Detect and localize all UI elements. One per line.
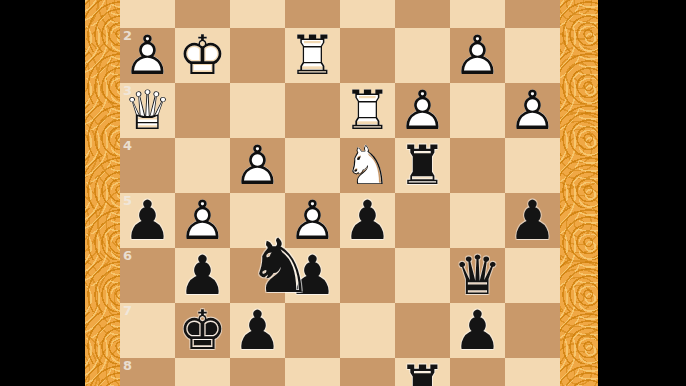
square-c6[interactable]	[395, 248, 450, 303]
piece-outline-glyph: ♙	[395, 83, 450, 138]
square-b5[interactable]	[450, 193, 505, 248]
square-f6[interactable]: ♞	[230, 248, 285, 303]
black-pawn-a5: ♟	[505, 193, 560, 248]
square-d1[interactable]	[340, 0, 395, 28]
square-a8[interactable]	[505, 358, 560, 386]
piece-glyph: ♟	[340, 193, 395, 248]
chess-board: 2♟♙♚♔♜♖♟♙3♛♕♜♖♟♙♟♙4♟♙♞♘♜5♟♟♙♟♙♟♟6♟♞♟♛7♚♟…	[120, 0, 560, 386]
square-b6[interactable]: ♛	[450, 248, 505, 303]
piece-glyph: ♟	[230, 303, 285, 358]
black-pawn-g6: ♟	[175, 248, 230, 303]
piece-glyph: ♚	[175, 303, 230, 358]
square-a1[interactable]	[505, 0, 560, 28]
rank-label-2: 2	[123, 28, 132, 43]
square-d8[interactable]	[340, 358, 395, 386]
white-pawn-c3: ♟♙	[395, 83, 450, 138]
black-pawn-b7: ♟	[450, 303, 505, 358]
black-queen-b6: ♛	[450, 248, 505, 303]
square-h7[interactable]: 7	[120, 303, 175, 358]
square-a7[interactable]	[505, 303, 560, 358]
rank-label-7: 7	[123, 303, 132, 318]
square-d3[interactable]: ♜♖	[340, 83, 395, 138]
square-e8[interactable]	[285, 358, 340, 386]
rank-label-6: 6	[123, 248, 132, 263]
square-g2[interactable]: ♚♔	[175, 28, 230, 83]
white-rook-e2: ♜♖	[285, 28, 340, 83]
square-f8[interactable]	[230, 358, 285, 386]
square-g8[interactable]	[175, 358, 230, 386]
black-pawn-d5: ♟	[340, 193, 395, 248]
square-f7[interactable]: ♟	[230, 303, 285, 358]
square-d2[interactable]	[340, 28, 395, 83]
square-a2[interactable]	[505, 28, 560, 83]
black-knight-f6: ♞	[243, 229, 319, 305]
square-e4[interactable]	[285, 138, 340, 193]
square-e7[interactable]	[285, 303, 340, 358]
piece-glyph: ♜	[395, 138, 450, 193]
square-b4[interactable]	[450, 138, 505, 193]
black-rook-c4: ♜	[395, 138, 450, 193]
square-b8[interactable]	[450, 358, 505, 386]
square-g4[interactable]	[175, 138, 230, 193]
square-g7[interactable]: ♚	[175, 303, 230, 358]
piece-glyph: ♟	[175, 248, 230, 303]
piece-glyph: ♟	[505, 193, 560, 248]
square-h5[interactable]: 5♟	[120, 193, 175, 248]
rank-label-5: 5	[123, 193, 132, 208]
white-rook-d3: ♜♖	[340, 83, 395, 138]
square-f3[interactable]	[230, 83, 285, 138]
white-pawn-f4: ♟♙	[230, 138, 285, 193]
square-b7[interactable]: ♟	[450, 303, 505, 358]
square-e2[interactable]: ♜♖	[285, 28, 340, 83]
square-b2[interactable]: ♟♙	[450, 28, 505, 83]
black-rook-c8: ♜	[395, 358, 450, 386]
piece-outline-glyph: ♖	[340, 83, 395, 138]
square-b3[interactable]	[450, 83, 505, 138]
square-h6[interactable]: 6	[120, 248, 175, 303]
square-a4[interactable]	[505, 138, 560, 193]
video-frame: 2♟♙♚♔♜♖♟♙3♛♕♜♖♟♙♟♙4♟♙♞♘♜5♟♟♙♟♙♟♟6♟♞♟♛7♚♟…	[0, 0, 686, 386]
piece-glyph: ♛	[450, 248, 505, 303]
square-g5[interactable]: ♟♙	[175, 193, 230, 248]
square-c7[interactable]	[395, 303, 450, 358]
square-c2[interactable]	[395, 28, 450, 83]
white-king-g2: ♚♔	[175, 28, 230, 83]
square-a3[interactable]: ♟♙	[505, 83, 560, 138]
square-h2[interactable]: 2♟♙	[120, 28, 175, 83]
square-d6[interactable]	[340, 248, 395, 303]
square-h4[interactable]: 4	[120, 138, 175, 193]
piece-outline-glyph: ♔	[175, 28, 230, 83]
piece-outline-glyph: ♙	[505, 83, 560, 138]
square-d7[interactable]	[340, 303, 395, 358]
rank-label-8: 8	[123, 358, 132, 373]
square-e3[interactable]	[285, 83, 340, 138]
square-d4[interactable]: ♞♘	[340, 138, 395, 193]
square-f2[interactable]	[230, 28, 285, 83]
piece-glyph: ♜	[395, 358, 450, 386]
black-pawn-f7: ♟	[230, 303, 285, 358]
black-king-g7: ♚	[175, 303, 230, 358]
square-c3[interactable]: ♟♙	[395, 83, 450, 138]
square-f1[interactable]	[230, 0, 285, 28]
square-c8[interactable]: ♜	[395, 358, 450, 386]
piece-outline-glyph: ♙	[175, 193, 230, 248]
piece-outline-glyph: ♙	[450, 28, 505, 83]
piece-outline-glyph: ♖	[285, 28, 340, 83]
square-c1[interactable]	[395, 0, 450, 28]
square-g3[interactable]	[175, 83, 230, 138]
square-d5[interactable]: ♟	[340, 193, 395, 248]
square-a6[interactable]	[505, 248, 560, 303]
square-h3[interactable]: 3♛♕	[120, 83, 175, 138]
square-c4[interactable]: ♜	[395, 138, 450, 193]
square-g6[interactable]: ♟	[175, 248, 230, 303]
square-f4[interactable]: ♟♙	[230, 138, 285, 193]
piece-outline-glyph: ♘	[340, 138, 395, 193]
rank-label-3: 3	[123, 83, 132, 98]
piece-glyph: ♞	[243, 229, 319, 305]
piece-glyph: ♟	[450, 303, 505, 358]
white-pawn-a3: ♟♙	[505, 83, 560, 138]
square-h8[interactable]: 8	[120, 358, 175, 386]
white-pawn-b2: ♟♙	[450, 28, 505, 83]
square-c5[interactable]	[395, 193, 450, 248]
piece-outline-glyph: ♙	[230, 138, 285, 193]
white-knight-d4: ♞♘	[340, 138, 395, 193]
square-a5[interactable]: ♟	[505, 193, 560, 248]
white-pawn-g5: ♟♙	[175, 193, 230, 248]
rank-label-4: 4	[123, 138, 132, 153]
